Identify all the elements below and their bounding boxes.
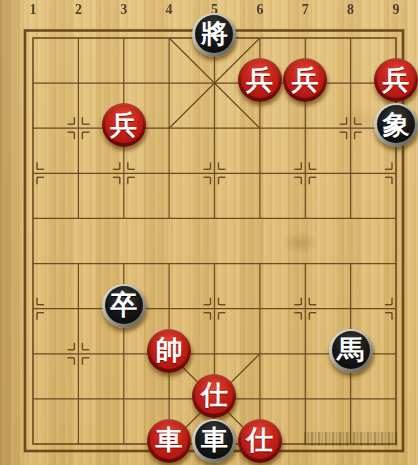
piece-glyph: 象	[377, 105, 415, 143]
board-point: 車	[146, 421, 191, 465]
piece-glyph: 馬	[332, 331, 370, 369]
piece-red-soldier[interactable]: 兵	[238, 58, 282, 102]
piece-glyph: 兵	[105, 105, 143, 143]
board-point: 馬	[328, 331, 373, 376]
piece-red-general[interactable]: 帥	[147, 329, 191, 373]
piece-red-advisor[interactable]: 仕	[238, 419, 282, 463]
piece-black-general[interactable]: 將	[192, 13, 236, 57]
board-point: 兵	[283, 61, 328, 106]
board-point: 車	[192, 421, 237, 465]
board-grid[interactable]: 將兵兵兵兵象卒帥馬仕車車仕	[10, 15, 418, 465]
piece-glyph: 車	[195, 421, 233, 459]
piece-glyph: 卒	[105, 286, 143, 324]
piece-glyph: 兵	[241, 60, 279, 98]
piece-glyph: 仕	[241, 421, 279, 459]
piece-black-horse[interactable]: 馬	[329, 329, 373, 373]
board-point: 兵	[373, 61, 418, 106]
xiangqi-board: 123456789 將兵兵兵兵象卒帥馬仕車車仕	[0, 0, 418, 465]
watermark	[304, 432, 398, 446]
piece-glyph: 仕	[195, 376, 233, 414]
piece-black-elephant[interactable]: 象	[374, 103, 418, 147]
piece-glyph: 兵	[286, 60, 324, 98]
piece-red-advisor[interactable]: 仕	[192, 374, 236, 418]
piece-red-soldier[interactable]: 兵	[374, 58, 418, 102]
piece-red-soldier[interactable]: 兵	[283, 58, 327, 102]
board-point: 兵	[101, 106, 146, 151]
board-point: 將	[192, 15, 237, 60]
piece-glyph: 兵	[377, 60, 415, 98]
board-point: 仕	[237, 421, 282, 465]
piece-red-soldier[interactable]: 兵	[102, 103, 146, 147]
board-point: 兵	[237, 61, 282, 106]
piece-glyph: 車	[150, 421, 188, 459]
piece-black-soldier[interactable]: 卒	[102, 284, 146, 328]
piece-black-chariot[interactable]: 車	[192, 419, 236, 463]
board-point: 卒	[101, 286, 146, 331]
board-point: 帥	[146, 331, 191, 376]
piece-glyph: 將	[195, 15, 233, 53]
piece-red-chariot[interactable]: 車	[147, 419, 191, 463]
piece-glyph: 帥	[150, 331, 188, 369]
board-point: 象	[373, 106, 418, 151]
board-point: 仕	[192, 376, 237, 421]
